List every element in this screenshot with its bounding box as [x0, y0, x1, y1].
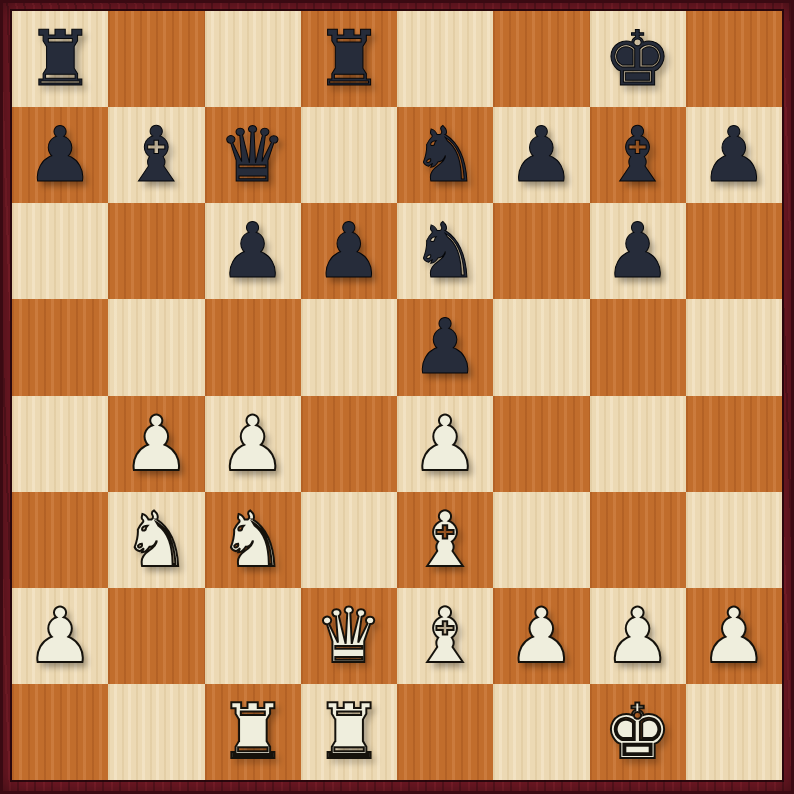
- square-h4[interactable]: [686, 396, 782, 492]
- square-f7[interactable]: ♟: [493, 107, 589, 203]
- square-a7[interactable]: ♟: [12, 107, 108, 203]
- black-pawn: ♟: [411, 309, 479, 385]
- black-queen: ♛: [219, 117, 287, 193]
- square-a3[interactable]: [12, 492, 108, 588]
- black-pawn: ♟: [219, 213, 287, 289]
- square-d8[interactable]: ♜: [301, 11, 397, 107]
- square-f3[interactable]: [493, 492, 589, 588]
- white-knight: ♞: [219, 502, 287, 578]
- square-g8[interactable]: ♚: [590, 11, 686, 107]
- square-a8[interactable]: ♜: [12, 11, 108, 107]
- square-c1[interactable]: ♜: [205, 684, 301, 780]
- square-h3[interactable]: [686, 492, 782, 588]
- square-g2[interactable]: ♟: [590, 588, 686, 684]
- square-c5[interactable]: [205, 299, 301, 395]
- square-e8[interactable]: [397, 11, 493, 107]
- black-knight: ♞: [411, 117, 479, 193]
- chess-board: ♜♜♚♟♝♛♞♟♝♟♟♟♞♟♟♟♟♟♞♞♝♟♛♝♟♟♟♜♜♚: [12, 11, 782, 780]
- square-c4[interactable]: ♟: [205, 396, 301, 492]
- square-e1[interactable]: [397, 684, 493, 780]
- white-pawn: ♟: [122, 406, 190, 482]
- square-b2[interactable]: [108, 588, 204, 684]
- black-bishop: ♝: [122, 117, 190, 193]
- white-pawn: ♟: [507, 598, 575, 674]
- white-rook: ♜: [219, 694, 287, 770]
- square-h8[interactable]: [686, 11, 782, 107]
- square-h7[interactable]: ♟: [686, 107, 782, 203]
- square-a4[interactable]: [12, 396, 108, 492]
- square-c6[interactable]: ♟: [205, 203, 301, 299]
- square-g5[interactable]: [590, 299, 686, 395]
- square-e7[interactable]: ♞: [397, 107, 493, 203]
- square-a2[interactable]: ♟: [12, 588, 108, 684]
- square-e3[interactable]: ♝: [397, 492, 493, 588]
- white-king: ♚: [604, 694, 672, 770]
- white-queen: ♛: [315, 598, 383, 674]
- square-d3[interactable]: [301, 492, 397, 588]
- square-a5[interactable]: [12, 299, 108, 395]
- square-b8[interactable]: [108, 11, 204, 107]
- square-c8[interactable]: [205, 11, 301, 107]
- black-knight: ♞: [411, 213, 479, 289]
- white-pawn: ♟: [604, 598, 672, 674]
- white-rook: ♜: [315, 694, 383, 770]
- square-g1[interactable]: ♚: [590, 684, 686, 780]
- black-rook: ♜: [26, 21, 94, 97]
- square-g6[interactable]: ♟: [590, 203, 686, 299]
- square-f2[interactable]: ♟: [493, 588, 589, 684]
- white-bishop: ♝: [411, 598, 479, 674]
- black-pawn: ♟: [26, 117, 94, 193]
- black-pawn: ♟: [604, 213, 672, 289]
- square-d4[interactable]: [301, 396, 397, 492]
- square-c7[interactable]: ♛: [205, 107, 301, 203]
- square-b6[interactable]: [108, 203, 204, 299]
- square-f6[interactable]: [493, 203, 589, 299]
- white-pawn: ♟: [26, 598, 94, 674]
- square-b4[interactable]: ♟: [108, 396, 204, 492]
- square-b3[interactable]: ♞: [108, 492, 204, 588]
- square-d5[interactable]: [301, 299, 397, 395]
- white-knight: ♞: [122, 502, 190, 578]
- square-d7[interactable]: [301, 107, 397, 203]
- square-e2[interactable]: ♝: [397, 588, 493, 684]
- square-g7[interactable]: ♝: [590, 107, 686, 203]
- square-h2[interactable]: ♟: [686, 588, 782, 684]
- black-pawn: ♟: [315, 213, 383, 289]
- square-h6[interactable]: [686, 203, 782, 299]
- black-king: ♚: [604, 21, 672, 97]
- square-d2[interactable]: ♛: [301, 588, 397, 684]
- square-b1[interactable]: [108, 684, 204, 780]
- square-d6[interactable]: ♟: [301, 203, 397, 299]
- square-h1[interactable]: [686, 684, 782, 780]
- square-e6[interactable]: ♞: [397, 203, 493, 299]
- white-bishop: ♝: [411, 502, 479, 578]
- square-e5[interactable]: ♟: [397, 299, 493, 395]
- black-pawn: ♟: [700, 117, 768, 193]
- black-bishop: ♝: [604, 117, 672, 193]
- square-a6[interactable]: [12, 203, 108, 299]
- square-a1[interactable]: [12, 684, 108, 780]
- square-f1[interactable]: [493, 684, 589, 780]
- square-f8[interactable]: [493, 11, 589, 107]
- square-b7[interactable]: ♝: [108, 107, 204, 203]
- square-d1[interactable]: ♜: [301, 684, 397, 780]
- square-h5[interactable]: [686, 299, 782, 395]
- square-b5[interactable]: [108, 299, 204, 395]
- square-c3[interactable]: ♞: [205, 492, 301, 588]
- board-frame: ♜♜♚♟♝♛♞♟♝♟♟♟♞♟♟♟♟♟♞♞♝♟♛♝♟♟♟♜♜♚: [0, 0, 794, 794]
- black-pawn: ♟: [507, 117, 575, 193]
- square-g3[interactable]: [590, 492, 686, 588]
- white-pawn: ♟: [411, 406, 479, 482]
- white-pawn: ♟: [700, 598, 768, 674]
- square-f4[interactable]: [493, 396, 589, 492]
- square-e4[interactable]: ♟: [397, 396, 493, 492]
- square-c2[interactable]: [205, 588, 301, 684]
- black-rook: ♜: [315, 21, 383, 97]
- square-f5[interactable]: [493, 299, 589, 395]
- white-pawn: ♟: [219, 406, 287, 482]
- square-g4[interactable]: [590, 396, 686, 492]
